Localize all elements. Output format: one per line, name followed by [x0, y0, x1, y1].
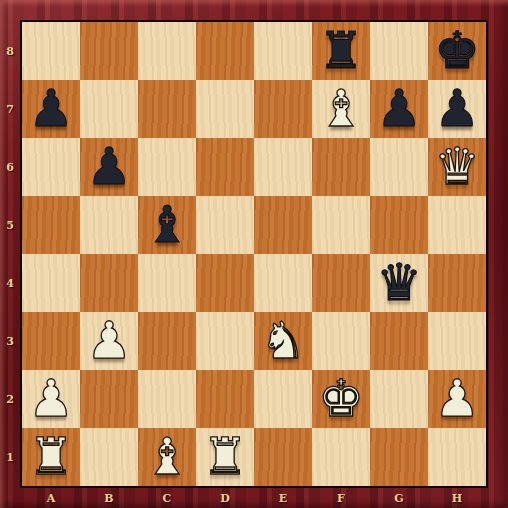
square-f4[interactable] [312, 254, 370, 312]
chessboard-frame: 8 7 6 5 4 3 2 1 ♜♚♟♝♟♟♟♛♝♛♟♞♟♚♟♜♝♜ A B C… [0, 0, 508, 508]
square-b1[interactable] [80, 428, 138, 486]
square-a5[interactable] [22, 196, 80, 254]
square-c7[interactable] [138, 80, 196, 138]
square-b8[interactable] [80, 22, 138, 80]
file-label-b: B [80, 488, 138, 508]
square-h5[interactable] [428, 196, 486, 254]
square-f2[interactable]: ♚ [312, 370, 370, 428]
white-pawn-piece: ♟ [86, 312, 132, 370]
square-e6[interactable] [254, 138, 312, 196]
white-rook-piece: ♜ [202, 428, 248, 486]
square-f7[interactable]: ♝ [312, 80, 370, 138]
square-a3[interactable] [22, 312, 80, 370]
square-c5[interactable]: ♝ [138, 196, 196, 254]
square-f5[interactable] [312, 196, 370, 254]
square-g5[interactable] [370, 196, 428, 254]
white-bishop-piece: ♝ [318, 80, 364, 138]
rank-labels: 8 7 6 5 4 3 2 1 [0, 22, 20, 486]
black-bishop-piece: ♝ [144, 196, 190, 254]
square-d1[interactable]: ♜ [196, 428, 254, 486]
rank-label-7: 7 [0, 80, 20, 138]
square-h2[interactable]: ♟ [428, 370, 486, 428]
white-queen-piece: ♛ [434, 138, 480, 196]
white-bishop-piece: ♝ [144, 428, 190, 486]
white-rook-piece: ♜ [28, 428, 74, 486]
file-label-a: A [22, 488, 80, 508]
square-a2[interactable]: ♟ [22, 370, 80, 428]
square-e7[interactable] [254, 80, 312, 138]
square-b3[interactable]: ♟ [80, 312, 138, 370]
square-c2[interactable] [138, 370, 196, 428]
square-h1[interactable] [428, 428, 486, 486]
file-label-e: E [254, 488, 312, 508]
square-e1[interactable] [254, 428, 312, 486]
square-d8[interactable] [196, 22, 254, 80]
square-e2[interactable] [254, 370, 312, 428]
square-b2[interactable] [80, 370, 138, 428]
square-g6[interactable] [370, 138, 428, 196]
square-f1[interactable] [312, 428, 370, 486]
board-grid: ♜♚♟♝♟♟♟♛♝♛♟♞♟♚♟♜♝♜ [20, 20, 488, 488]
square-g3[interactable] [370, 312, 428, 370]
rank-label-2: 2 [0, 370, 20, 428]
white-pawn-piece: ♟ [434, 370, 480, 428]
square-g4[interactable]: ♛ [370, 254, 428, 312]
square-e8[interactable] [254, 22, 312, 80]
square-e5[interactable] [254, 196, 312, 254]
square-f3[interactable] [312, 312, 370, 370]
square-d7[interactable] [196, 80, 254, 138]
rank-label-5: 5 [0, 196, 20, 254]
square-d2[interactable] [196, 370, 254, 428]
file-label-c: C [138, 488, 196, 508]
square-g2[interactable] [370, 370, 428, 428]
black-king-piece: ♚ [434, 22, 480, 80]
square-d3[interactable] [196, 312, 254, 370]
square-c6[interactable] [138, 138, 196, 196]
black-pawn-piece: ♟ [28, 80, 74, 138]
square-h6[interactable]: ♛ [428, 138, 486, 196]
square-f8[interactable]: ♜ [312, 22, 370, 80]
rank-label-1: 1 [0, 428, 20, 486]
square-g1[interactable] [370, 428, 428, 486]
square-h4[interactable] [428, 254, 486, 312]
black-pawn-piece: ♟ [376, 80, 422, 138]
square-e3[interactable]: ♞ [254, 312, 312, 370]
square-a4[interactable] [22, 254, 80, 312]
file-label-f: F [312, 488, 370, 508]
square-c4[interactable] [138, 254, 196, 312]
file-label-d: D [196, 488, 254, 508]
square-b6[interactable]: ♟ [80, 138, 138, 196]
rank-label-3: 3 [0, 312, 20, 370]
square-a7[interactable]: ♟ [22, 80, 80, 138]
square-a8[interactable] [22, 22, 80, 80]
black-pawn-piece: ♟ [86, 138, 132, 196]
square-g8[interactable] [370, 22, 428, 80]
black-rook-piece: ♜ [318, 22, 364, 80]
square-a1[interactable]: ♜ [22, 428, 80, 486]
square-d4[interactable] [196, 254, 254, 312]
black-pawn-piece: ♟ [434, 80, 480, 138]
square-h8[interactable]: ♚ [428, 22, 486, 80]
file-label-g: G [370, 488, 428, 508]
square-b7[interactable] [80, 80, 138, 138]
square-e4[interactable] [254, 254, 312, 312]
square-f6[interactable] [312, 138, 370, 196]
file-labels: A B C D E F G H [22, 488, 486, 508]
white-pawn-piece: ♟ [28, 370, 74, 428]
rank-label-4: 4 [0, 254, 20, 312]
square-c3[interactable] [138, 312, 196, 370]
square-h7[interactable]: ♟ [428, 80, 486, 138]
black-queen-piece: ♛ [376, 254, 422, 312]
square-c8[interactable] [138, 22, 196, 80]
white-king-piece: ♚ [318, 370, 364, 428]
square-d5[interactable] [196, 196, 254, 254]
white-knight-piece: ♞ [260, 312, 306, 370]
square-d6[interactable] [196, 138, 254, 196]
square-a6[interactable] [22, 138, 80, 196]
square-g7[interactable]: ♟ [370, 80, 428, 138]
rank-label-6: 6 [0, 138, 20, 196]
square-b5[interactable] [80, 196, 138, 254]
square-b4[interactable] [80, 254, 138, 312]
rank-label-8: 8 [0, 22, 20, 80]
square-c1[interactable]: ♝ [138, 428, 196, 486]
square-h3[interactable] [428, 312, 486, 370]
file-label-h: H [428, 488, 486, 508]
